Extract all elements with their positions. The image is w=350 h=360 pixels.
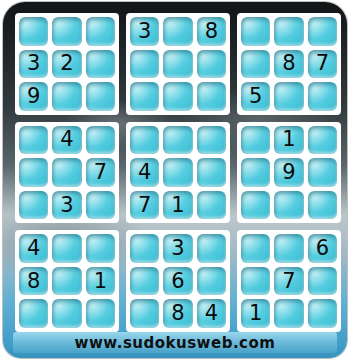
sudoku-cell-r9c5[interactable]: 8 bbox=[163, 299, 192, 328]
sudoku-cell-r5c2[interactable] bbox=[52, 158, 81, 187]
sudoku-cell-r9c4[interactable] bbox=[130, 299, 159, 328]
sudoku-cell-r3c7[interactable]: 5 bbox=[241, 82, 270, 111]
sudoku-box: 329 bbox=[15, 13, 119, 115]
sudoku-cell-r9c3[interactable] bbox=[86, 299, 115, 328]
sudoku-cell-r4c2[interactable]: 4 bbox=[52, 126, 81, 155]
sudoku-cell-r1c6[interactable]: 8 bbox=[197, 17, 226, 46]
sudoku-cell-r1c2[interactable] bbox=[52, 17, 81, 46]
sudoku-cell-r2c2[interactable]: 2 bbox=[52, 50, 81, 79]
sudoku-cell-r9c7[interactable]: 1 bbox=[241, 299, 270, 328]
sudoku-box: 3684 bbox=[126, 230, 230, 332]
sudoku-cell-r5c7[interactable] bbox=[241, 158, 270, 187]
sudoku-cell-r6c1[interactable] bbox=[19, 191, 48, 220]
sudoku-cell-r1c1[interactable] bbox=[19, 17, 48, 46]
sudoku-cell-r9c1[interactable] bbox=[19, 299, 48, 328]
sudoku-cell-r3c2[interactable] bbox=[52, 82, 81, 111]
sudoku-cell-r6c5[interactable]: 1 bbox=[163, 191, 192, 220]
sudoku-app: 329 38 875 473 471 19 481 3684 671 www.s… bbox=[0, 0, 350, 360]
sudoku-cell-r8c2[interactable] bbox=[52, 267, 81, 296]
sudoku-cell-r5c3[interactable]: 7 bbox=[86, 158, 115, 187]
sudoku-cell-r4c4[interactable] bbox=[130, 126, 159, 155]
sudoku-cell-r2c9[interactable]: 7 bbox=[308, 50, 337, 79]
sudoku-cell-r5c4[interactable]: 4 bbox=[130, 158, 159, 187]
sudoku-cell-r7c7[interactable] bbox=[241, 234, 270, 263]
sudoku-cell-r4c1[interactable] bbox=[19, 126, 48, 155]
site-url-label: www.sudokusweb.com bbox=[75, 334, 276, 352]
sudoku-cell-r1c4[interactable]: 3 bbox=[130, 17, 159, 46]
sudoku-cell-r6c8[interactable] bbox=[274, 191, 303, 220]
sudoku-cell-r9c8[interactable] bbox=[274, 299, 303, 328]
sudoku-cell-r2c5[interactable] bbox=[163, 50, 192, 79]
sudoku-cell-r2c3[interactable] bbox=[86, 50, 115, 79]
sudoku-cell-r4c5[interactable] bbox=[163, 126, 192, 155]
sudoku-cell-r5c9[interactable] bbox=[308, 158, 337, 187]
sudoku-cell-r1c9[interactable] bbox=[308, 17, 337, 46]
sudoku-cell-r3c8[interactable] bbox=[274, 82, 303, 111]
sudoku-cell-r8c5[interactable]: 6 bbox=[163, 267, 192, 296]
sudoku-cell-r1c8[interactable] bbox=[274, 17, 303, 46]
footer-banner: www.sudokusweb.com bbox=[13, 332, 337, 353]
sudoku-cell-r3c4[interactable] bbox=[130, 82, 159, 111]
sudoku-cell-r5c6[interactable] bbox=[197, 158, 226, 187]
sudoku-cell-r1c3[interactable] bbox=[86, 17, 115, 46]
sudoku-cell-r3c3[interactable] bbox=[86, 82, 115, 111]
sudoku-cell-r2c8[interactable]: 8 bbox=[274, 50, 303, 79]
sudoku-cell-r6c6[interactable] bbox=[197, 191, 226, 220]
sudoku-cell-r2c1[interactable]: 3 bbox=[19, 50, 48, 79]
sudoku-cell-r5c1[interactable] bbox=[19, 158, 48, 187]
sudoku-box: 473 bbox=[15, 122, 119, 224]
sudoku-cell-r6c3[interactable] bbox=[86, 191, 115, 220]
sudoku-cell-r7c6[interactable] bbox=[197, 234, 226, 263]
sudoku-cell-r6c2[interactable]: 3 bbox=[52, 191, 81, 220]
sudoku-box: 19 bbox=[237, 122, 341, 224]
sudoku-cell-r1c7[interactable] bbox=[241, 17, 270, 46]
sudoku-cell-r7c4[interactable] bbox=[130, 234, 159, 263]
sudoku-cell-r3c5[interactable] bbox=[163, 82, 192, 111]
sudoku-box: 671 bbox=[237, 230, 341, 332]
sudoku-cell-r8c8[interactable]: 7 bbox=[274, 267, 303, 296]
board-frame: 329 38 875 473 471 19 481 3684 671 www.s… bbox=[3, 2, 347, 358]
sudoku-cell-r7c8[interactable] bbox=[274, 234, 303, 263]
sudoku-box: 875 bbox=[237, 13, 341, 115]
sudoku-cell-r3c6[interactable] bbox=[197, 82, 226, 111]
sudoku-board: 329 38 875 473 471 19 481 3684 671 bbox=[15, 13, 341, 332]
sudoku-cell-r6c9[interactable] bbox=[308, 191, 337, 220]
sudoku-cell-r6c4[interactable]: 7 bbox=[130, 191, 159, 220]
sudoku-cell-r2c7[interactable] bbox=[241, 50, 270, 79]
sudoku-cell-r8c4[interactable] bbox=[130, 267, 159, 296]
sudoku-cell-r4c3[interactable] bbox=[86, 126, 115, 155]
sudoku-cell-r3c1[interactable]: 9 bbox=[19, 82, 48, 111]
sudoku-cell-r7c1[interactable]: 4 bbox=[19, 234, 48, 263]
sudoku-cell-r7c3[interactable] bbox=[86, 234, 115, 263]
sudoku-box: 481 bbox=[15, 230, 119, 332]
sudoku-cell-r2c6[interactable] bbox=[197, 50, 226, 79]
sudoku-cell-r9c6[interactable]: 4 bbox=[197, 299, 226, 328]
sudoku-cell-r5c5[interactable] bbox=[163, 158, 192, 187]
sudoku-box: 38 bbox=[126, 13, 230, 115]
sudoku-cell-r4c7[interactable] bbox=[241, 126, 270, 155]
sudoku-cell-r4c6[interactable] bbox=[197, 126, 226, 155]
sudoku-cell-r6c7[interactable] bbox=[241, 191, 270, 220]
sudoku-cell-r9c9[interactable] bbox=[308, 299, 337, 328]
sudoku-cell-r1c5[interactable] bbox=[163, 17, 192, 46]
sudoku-box: 471 bbox=[126, 122, 230, 224]
sudoku-cell-r8c1[interactable]: 8 bbox=[19, 267, 48, 296]
sudoku-cell-r8c9[interactable] bbox=[308, 267, 337, 296]
sudoku-cell-r4c8[interactable]: 1 bbox=[274, 126, 303, 155]
sudoku-cell-r4c9[interactable] bbox=[308, 126, 337, 155]
sudoku-cell-r7c2[interactable] bbox=[52, 234, 81, 263]
sudoku-cell-r8c3[interactable]: 1 bbox=[86, 267, 115, 296]
sudoku-cell-r5c8[interactable]: 9 bbox=[274, 158, 303, 187]
sudoku-cell-r8c6[interactable] bbox=[197, 267, 226, 296]
sudoku-cell-r7c5[interactable]: 3 bbox=[163, 234, 192, 263]
sudoku-cell-r8c7[interactable] bbox=[241, 267, 270, 296]
sudoku-cell-r9c2[interactable] bbox=[52, 299, 81, 328]
sudoku-cell-r3c9[interactable] bbox=[308, 82, 337, 111]
sudoku-cell-r7c9[interactable]: 6 bbox=[308, 234, 337, 263]
sudoku-cell-r2c4[interactable] bbox=[130, 50, 159, 79]
